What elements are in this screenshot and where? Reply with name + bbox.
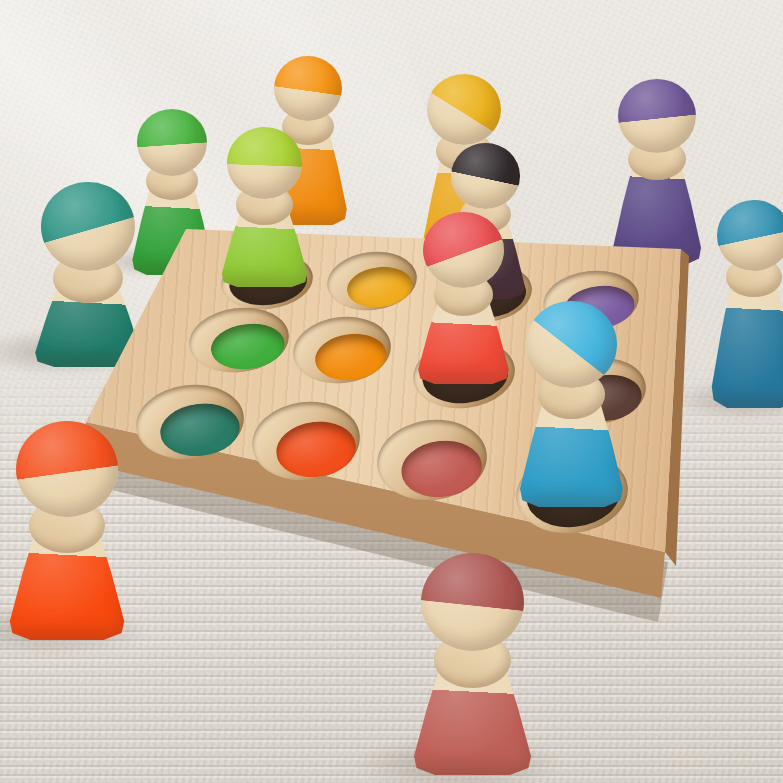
photo-scene: [0, 0, 783, 783]
peg-vermillion[interactable]: [2, 421, 132, 640]
peg-head: [16, 421, 117, 517]
peg-head: [451, 143, 520, 209]
peg-head: [421, 553, 525, 651]
board-wood-grain: [0, 0, 783, 783]
peg-head: [526, 301, 617, 388]
peg-head: [423, 212, 503, 288]
sorting-board: [0, 0, 783, 783]
peg-lime[interactable]: [216, 127, 313, 287]
peg-head: [227, 127, 303, 199]
peg-rose[interactable]: [406, 553, 539, 775]
peg-blue[interactable]: [513, 301, 630, 507]
peg-red[interactable]: [412, 212, 515, 384]
